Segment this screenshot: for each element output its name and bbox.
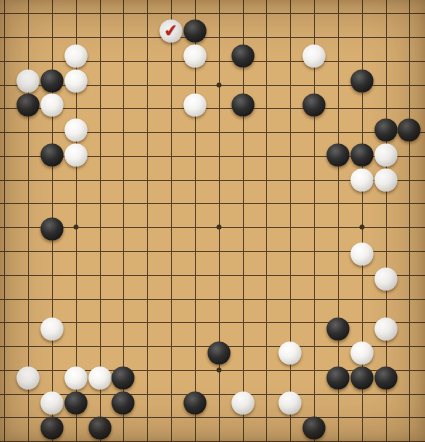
stone-black[interactable] xyxy=(112,392,135,415)
grid-line-horizontal xyxy=(0,13,425,14)
stone-black[interactable] xyxy=(88,416,111,439)
go-board[interactable]: ✔ xyxy=(0,0,425,442)
stone-black[interactable] xyxy=(231,44,254,67)
stone-white[interactable] xyxy=(231,392,254,415)
grid-line-vertical xyxy=(266,0,267,442)
grid-line-horizontal xyxy=(0,37,425,38)
stone-black[interactable] xyxy=(374,367,397,390)
grid-line-horizontal xyxy=(0,108,425,109)
grid-line-vertical xyxy=(219,0,220,442)
stone-white[interactable] xyxy=(374,144,397,167)
stone-white[interactable] xyxy=(40,94,63,117)
grid-line-vertical xyxy=(147,0,148,442)
grid-line-horizontal xyxy=(0,61,425,62)
stone-white[interactable] xyxy=(64,144,87,167)
stone-black[interactable] xyxy=(207,342,230,365)
stone-white[interactable] xyxy=(350,342,373,365)
stone-black[interactable] xyxy=(40,416,63,439)
grid-line-horizontal xyxy=(0,322,425,323)
stone-white[interactable] xyxy=(17,69,40,92)
stone-black[interactable] xyxy=(350,69,373,92)
stone-black[interactable] xyxy=(326,317,349,340)
stone-black[interactable] xyxy=(326,144,349,167)
stone-black[interactable] xyxy=(112,367,135,390)
grid-line-horizontal xyxy=(0,417,425,418)
stone-white[interactable]: ✔ xyxy=(160,20,183,43)
grid-line-horizontal xyxy=(0,394,425,395)
stone-white[interactable] xyxy=(183,94,206,117)
stone-white[interactable] xyxy=(374,168,397,191)
stone-black[interactable] xyxy=(374,119,397,142)
star-point xyxy=(216,367,221,372)
stone-black[interactable] xyxy=(231,94,254,117)
last-move-check-icon: ✔ xyxy=(158,18,183,43)
go-app-frame: ✔ xyxy=(0,0,425,442)
stone-white[interactable] xyxy=(279,342,302,365)
stone-black[interactable] xyxy=(350,144,373,167)
stone-black[interactable] xyxy=(64,392,87,415)
stone-white[interactable] xyxy=(279,392,302,415)
stone-white[interactable] xyxy=(88,367,111,390)
grid-line-horizontal xyxy=(0,299,425,300)
stone-black[interactable] xyxy=(303,94,326,117)
stone-white[interactable] xyxy=(374,268,397,291)
stone-white[interactable] xyxy=(64,44,87,67)
grid-line-vertical xyxy=(4,0,5,442)
stone-black[interactable] xyxy=(303,416,326,439)
star-point xyxy=(73,225,78,230)
grid-line-horizontal xyxy=(0,275,425,276)
stone-white[interactable] xyxy=(374,317,397,340)
stone-white[interactable] xyxy=(17,367,40,390)
grid-line-vertical xyxy=(171,0,172,442)
stone-white[interactable] xyxy=(64,119,87,142)
star-point xyxy=(359,225,364,230)
stone-black[interactable] xyxy=(350,367,373,390)
grid-line-vertical xyxy=(290,0,291,442)
stone-black[interactable] xyxy=(40,144,63,167)
stone-black[interactable] xyxy=(398,119,421,142)
stone-white[interactable] xyxy=(350,168,373,191)
stone-black[interactable] xyxy=(183,392,206,415)
stone-white[interactable] xyxy=(350,243,373,266)
stone-black[interactable] xyxy=(40,218,63,241)
grid-line-horizontal xyxy=(0,203,425,204)
stone-white[interactable] xyxy=(64,367,87,390)
stone-white[interactable] xyxy=(183,44,206,67)
stone-white[interactable] xyxy=(40,317,63,340)
stone-white[interactable] xyxy=(64,69,87,92)
grid-line-vertical xyxy=(409,0,410,442)
star-point xyxy=(216,225,221,230)
stone-white[interactable] xyxy=(40,392,63,415)
stone-black[interactable] xyxy=(183,20,206,43)
stone-black[interactable] xyxy=(326,367,349,390)
stone-black[interactable] xyxy=(17,94,40,117)
star-point xyxy=(216,82,221,87)
stone-white[interactable] xyxy=(303,44,326,67)
stone-black[interactable] xyxy=(40,69,63,92)
